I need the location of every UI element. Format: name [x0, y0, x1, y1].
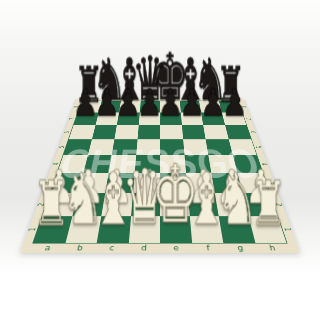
rank-label-left-7: 7 [70, 118, 76, 120]
chess-board-mat: abcdefgh 87654321 87654321 CHESSGO ♜♞♝♛♚… [20, 99, 300, 253]
rank-label-left-5: 5 [59, 146, 66, 148]
rank-label-right-1: 1 [282, 227, 291, 231]
rank-label-right-4: 4 [260, 163, 267, 166]
photo-background: abcdefgh 87654321 87654321 CHESSGO ♜♞♝♛♚… [0, 0, 320, 320]
rank-label-right-3: 3 [266, 181, 274, 184]
rank-label-right-5: 5 [254, 146, 261, 148]
rank-label-right-7: 7 [245, 118, 251, 120]
rank-label-right-6: 6 [249, 131, 255, 133]
rank-label-left-6: 6 [65, 131, 71, 133]
rank-label-right-8: 8 [240, 106, 246, 108]
rank-label-left-8: 8 [74, 106, 80, 108]
piece-black-pawn-h7: ♟ [222, 84, 248, 121]
rank-label-right-2: 2 [274, 203, 282, 206]
pieces-layer: ♜♞♝♛♚♝♞♜♟♟♟♟♟♟♟♟♟♟♟♟♟♟♟♟♜♞♝♛♚♝♞♜ [20, 99, 300, 253]
